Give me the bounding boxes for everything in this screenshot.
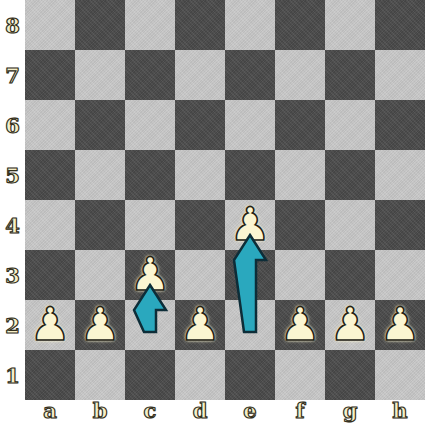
piece-white-pawn-f2[interactable]: ♟ — [279, 299, 320, 349]
square-c1[interactable] — [125, 350, 175, 400]
square-a5[interactable] — [25, 150, 75, 200]
square-e8[interactable] — [225, 0, 275, 50]
rank-label-2: 2 — [0, 300, 25, 350]
square-h4[interactable] — [375, 200, 425, 250]
piece-white-pawn-g2[interactable]: ♟ — [329, 299, 370, 349]
square-c5[interactable] — [125, 150, 175, 200]
square-c7[interactable] — [125, 50, 175, 100]
square-d4[interactable] — [175, 200, 225, 250]
square-b7[interactable] — [75, 50, 125, 100]
piece-white-pawn-b2[interactable]: ♟ — [79, 299, 120, 349]
chess-board: ♟♟♟♟♟♟♟♟ — [25, 0, 425, 400]
piece-white-pawn-a2[interactable]: ♟ — [29, 299, 70, 349]
square-d2[interactable]: ♟ — [175, 300, 225, 350]
square-g7[interactable] — [325, 50, 375, 100]
square-b4[interactable] — [75, 200, 125, 250]
square-b3[interactable] — [75, 250, 125, 300]
square-h6[interactable] — [375, 100, 425, 150]
square-e6[interactable] — [225, 100, 275, 150]
file-label-c: c — [125, 400, 175, 425]
square-a8[interactable] — [25, 0, 75, 50]
square-e5[interactable] — [225, 150, 275, 200]
file-label-a: a — [25, 400, 75, 425]
square-g3[interactable] — [325, 250, 375, 300]
file-label-b: b — [75, 400, 125, 425]
piece-white-pawn-d2[interactable]: ♟ — [179, 299, 220, 349]
file-label-d: d — [175, 400, 225, 425]
square-f8[interactable] — [275, 0, 325, 50]
square-a3[interactable] — [25, 250, 75, 300]
square-f4[interactable] — [275, 200, 325, 250]
square-e4[interactable]: ♟ — [225, 200, 275, 250]
square-b8[interactable] — [75, 0, 125, 50]
square-c8[interactable] — [125, 0, 175, 50]
square-f5[interactable] — [275, 150, 325, 200]
rank-label-3: 3 — [0, 250, 25, 300]
file-label-f: f — [275, 400, 325, 425]
square-a4[interactable] — [25, 200, 75, 250]
chess-diagram: 87654321 ♟♟♟♟♟♟♟♟ abcdefgh — [0, 0, 425, 425]
rank-label-1: 1 — [0, 350, 25, 400]
square-h1[interactable] — [375, 350, 425, 400]
square-d5[interactable] — [175, 150, 225, 200]
square-d8[interactable] — [175, 0, 225, 50]
square-h5[interactable] — [375, 150, 425, 200]
square-d1[interactable] — [175, 350, 225, 400]
square-a2[interactable]: ♟ — [25, 300, 75, 350]
square-g8[interactable] — [325, 0, 375, 50]
file-label-g: g — [325, 400, 375, 425]
square-e1[interactable] — [225, 350, 275, 400]
square-f2[interactable]: ♟ — [275, 300, 325, 350]
square-d6[interactable] — [175, 100, 225, 150]
square-c3[interactable]: ♟ — [125, 250, 175, 300]
square-f1[interactable] — [275, 350, 325, 400]
square-a6[interactable] — [25, 100, 75, 150]
file-labels: abcdefgh — [25, 400, 425, 425]
square-g5[interactable] — [325, 150, 375, 200]
square-e2[interactable] — [225, 300, 275, 350]
square-f3[interactable] — [275, 250, 325, 300]
rank-label-5: 5 — [0, 150, 25, 200]
square-g6[interactable] — [325, 100, 375, 150]
rank-label-6: 6 — [0, 100, 25, 150]
square-f7[interactable] — [275, 50, 325, 100]
file-label-e: e — [225, 400, 275, 425]
rank-label-8: 8 — [0, 0, 25, 50]
square-b5[interactable] — [75, 150, 125, 200]
square-a1[interactable] — [25, 350, 75, 400]
square-c2[interactable] — [125, 300, 175, 350]
file-label-h: h — [375, 400, 425, 425]
piece-white-pawn-h2[interactable]: ♟ — [379, 299, 420, 349]
square-h7[interactable] — [375, 50, 425, 100]
square-d3[interactable] — [175, 250, 225, 300]
piece-white-pawn-e4[interactable]: ♟ — [229, 199, 270, 249]
square-h2[interactable]: ♟ — [375, 300, 425, 350]
square-g4[interactable] — [325, 200, 375, 250]
square-g1[interactable] — [325, 350, 375, 400]
rank-label-4: 4 — [0, 200, 25, 250]
square-b6[interactable] — [75, 100, 125, 150]
piece-white-pawn-c3[interactable]: ♟ — [129, 249, 170, 299]
square-c6[interactable] — [125, 100, 175, 150]
square-b2[interactable]: ♟ — [75, 300, 125, 350]
square-a7[interactable] — [25, 50, 75, 100]
square-e7[interactable] — [225, 50, 275, 100]
square-b1[interactable] — [75, 350, 125, 400]
square-e3[interactable] — [225, 250, 275, 300]
square-g2[interactable]: ♟ — [325, 300, 375, 350]
rank-label-7: 7 — [0, 50, 25, 100]
square-d7[interactable] — [175, 50, 225, 100]
square-c4[interactable] — [125, 200, 175, 250]
square-f6[interactable] — [275, 100, 325, 150]
square-h8[interactable] — [375, 0, 425, 50]
rank-labels: 87654321 — [0, 0, 25, 400]
square-h3[interactable] — [375, 250, 425, 300]
